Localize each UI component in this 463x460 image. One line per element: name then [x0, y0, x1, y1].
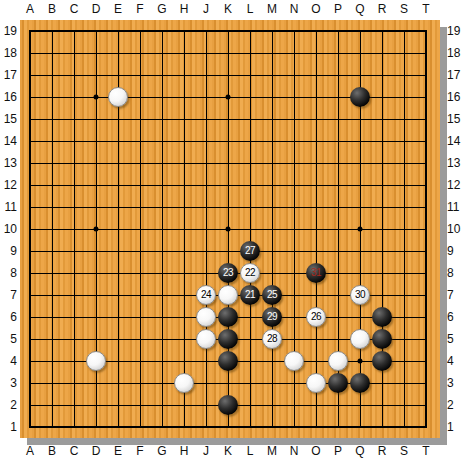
- black-stone[interactable]: [218, 307, 238, 327]
- column-label: R: [371, 0, 393, 19]
- column-label: R: [371, 442, 393, 460]
- column-label: B: [41, 0, 63, 19]
- white-stone-move-22[interactable]: 22: [240, 263, 260, 283]
- column-label: Q: [349, 0, 371, 19]
- row-label: 3: [0, 372, 17, 394]
- black-stone[interactable]: [218, 395, 238, 415]
- row-label: 10: [0, 218, 17, 240]
- row-label: 14: [0, 130, 17, 152]
- black-stone[interactable]: [350, 373, 370, 393]
- column-label: C: [63, 442, 85, 460]
- black-stone-move-27[interactable]: 27: [240, 241, 260, 261]
- row-label: 13: [447, 152, 463, 174]
- white-stone[interactable]: [350, 329, 370, 349]
- black-stone[interactable]: [218, 351, 238, 371]
- column-label: H: [173, 0, 195, 19]
- column-label: L: [239, 0, 261, 19]
- row-label: 19: [0, 20, 17, 42]
- column-label: N: [283, 442, 305, 460]
- column-label: E: [107, 442, 129, 460]
- column-label: A: [19, 442, 41, 460]
- go-board-page: ABCDEFGHJKLMNOPQRST ABCDEFGHJKLMNOPQRST …: [0, 0, 463, 460]
- stones-layer: 2723223124212530292628: [19, 20, 437, 438]
- row-label: 2: [447, 394, 463, 416]
- white-stone[interactable]: [86, 351, 106, 371]
- row-label: 19: [447, 20, 463, 42]
- row-label: 15: [447, 108, 463, 130]
- row-label: 18: [447, 42, 463, 64]
- white-stone-move-26[interactable]: 26: [306, 307, 326, 327]
- row-label: 2: [0, 394, 17, 416]
- column-label: G: [151, 0, 173, 19]
- column-label: L: [239, 442, 261, 460]
- column-label: O: [305, 442, 327, 460]
- column-label: S: [393, 0, 415, 19]
- column-label: E: [107, 0, 129, 19]
- row-label: 13: [0, 152, 17, 174]
- row-label: 9: [0, 240, 17, 262]
- row-label: 12: [0, 174, 17, 196]
- black-stone[interactable]: [372, 329, 392, 349]
- row-labels-left: 19181716151413121110987654321: [0, 20, 17, 438]
- row-label: 7: [447, 284, 463, 306]
- row-label: 17: [0, 64, 17, 86]
- column-label: M: [261, 0, 283, 19]
- go-board[interactable]: 2723223124212530292628: [20, 20, 440, 438]
- row-label: 14: [447, 130, 463, 152]
- row-label: 18: [0, 42, 17, 64]
- black-stone-move-31[interactable]: 31: [306, 263, 326, 283]
- row-labels-right: 19181716151413121110987654321: [447, 20, 463, 438]
- white-stone[interactable]: [174, 373, 194, 393]
- column-label: K: [217, 442, 239, 460]
- black-stone[interactable]: [372, 307, 392, 327]
- black-stone-move-23[interactable]: 23: [218, 263, 238, 283]
- row-label: 12: [447, 174, 463, 196]
- white-stone-move-24[interactable]: 24: [196, 285, 216, 305]
- column-label: G: [151, 442, 173, 460]
- white-stone[interactable]: [108, 87, 128, 107]
- row-label: 6: [447, 306, 463, 328]
- row-label: 11: [447, 196, 463, 218]
- row-label: 8: [447, 262, 463, 284]
- row-label: 16: [447, 86, 463, 108]
- row-label: 5: [447, 328, 463, 350]
- column-label: O: [305, 0, 327, 19]
- column-label: K: [217, 0, 239, 19]
- row-label: 3: [447, 372, 463, 394]
- row-label: 17: [447, 64, 463, 86]
- column-label: S: [393, 442, 415, 460]
- white-stone[interactable]: [218, 285, 238, 305]
- row-label: 4: [447, 350, 463, 372]
- black-stone[interactable]: [218, 329, 238, 349]
- column-label: M: [261, 442, 283, 460]
- row-label: 8: [0, 262, 17, 284]
- column-label: T: [415, 442, 437, 460]
- white-stone-move-30[interactable]: 30: [350, 285, 370, 305]
- row-label: 10: [447, 218, 463, 240]
- column-label: P: [327, 0, 349, 19]
- black-stone-move-29[interactable]: 29: [262, 307, 282, 327]
- column-label: B: [41, 442, 63, 460]
- row-label: 9: [447, 240, 463, 262]
- white-stone[interactable]: [284, 351, 304, 371]
- column-label: T: [415, 0, 437, 19]
- column-label: J: [195, 0, 217, 19]
- row-label: 11: [0, 196, 17, 218]
- column-label: D: [85, 442, 107, 460]
- column-label: C: [63, 0, 85, 19]
- column-label: P: [327, 442, 349, 460]
- column-label: N: [283, 0, 305, 19]
- column-label: H: [173, 442, 195, 460]
- black-stone[interactable]: [350, 87, 370, 107]
- black-stone-move-21[interactable]: 21: [240, 285, 260, 305]
- white-stone[interactable]: [306, 373, 326, 393]
- row-label: 15: [0, 108, 17, 130]
- column-labels-bottom: ABCDEFGHJKLMNOPQRST: [19, 442, 437, 460]
- row-label: 5: [0, 328, 17, 350]
- row-label: 7: [0, 284, 17, 306]
- black-stone-move-25[interactable]: 25: [262, 285, 282, 305]
- black-stone[interactable]: [328, 373, 348, 393]
- column-label: J: [195, 442, 217, 460]
- row-label: 16: [0, 86, 17, 108]
- column-label: F: [129, 442, 151, 460]
- row-label: 6: [0, 306, 17, 328]
- white-stone[interactable]: [328, 351, 348, 371]
- row-label: 1: [0, 416, 17, 438]
- column-label: F: [129, 0, 151, 19]
- column-label: Q: [349, 442, 371, 460]
- white-stone[interactable]: [196, 329, 216, 349]
- row-label: 1: [447, 416, 463, 438]
- white-stone[interactable]: [196, 307, 216, 327]
- white-stone-move-28[interactable]: 28: [262, 329, 282, 349]
- column-label: D: [85, 0, 107, 19]
- black-stone[interactable]: [372, 351, 392, 371]
- column-label: A: [19, 0, 41, 19]
- column-labels-top: ABCDEFGHJKLMNOPQRST: [19, 0, 437, 19]
- row-label: 4: [0, 350, 17, 372]
